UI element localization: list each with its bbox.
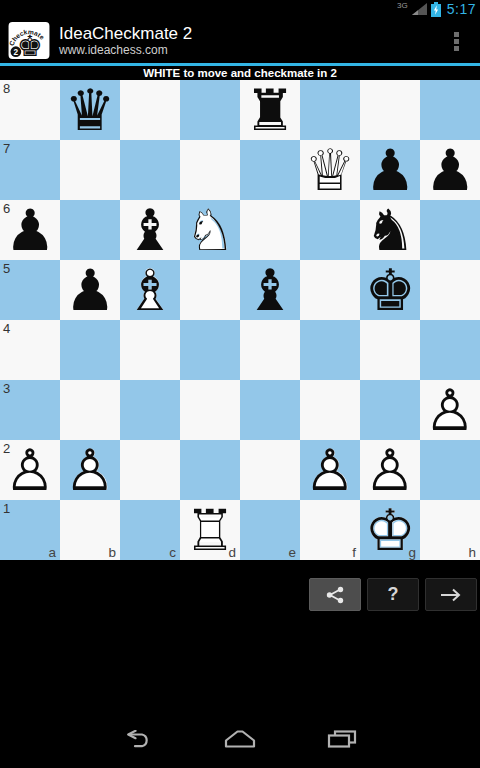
square-h2[interactable] bbox=[420, 440, 480, 500]
battery-charging-icon bbox=[431, 2, 441, 17]
status-bar: 3G 5:17 bbox=[0, 0, 480, 18]
square-b7[interactable] bbox=[60, 140, 120, 200]
square-a5[interactable]: 5 bbox=[0, 260, 60, 320]
square-d3[interactable] bbox=[180, 380, 240, 440]
help-label: ? bbox=[388, 584, 399, 605]
file-label: d bbox=[228, 545, 236, 560]
puzzle-instruction: WHITE to move and checkmate in 2 bbox=[143, 67, 337, 79]
rank-label: 8 bbox=[3, 81, 10, 96]
square-f1[interactable]: f bbox=[300, 500, 360, 560]
home-button[interactable] bbox=[224, 730, 256, 752]
toolbar: ? bbox=[309, 578, 477, 611]
black-bishop[interactable]: ♝ bbox=[120, 200, 180, 260]
square-g4[interactable] bbox=[360, 320, 420, 380]
square-e8[interactable]: ♜ bbox=[240, 80, 300, 140]
square-e7[interactable] bbox=[240, 140, 300, 200]
black-king[interactable]: ♚ bbox=[360, 260, 420, 320]
square-e6[interactable] bbox=[240, 200, 300, 260]
clock: 5:17 bbox=[447, 1, 476, 17]
square-b1[interactable]: b bbox=[60, 500, 120, 560]
square-e5[interactable]: ♝ bbox=[240, 260, 300, 320]
icon-king-glyph: ♚ bbox=[17, 29, 43, 59]
square-h4[interactable] bbox=[420, 320, 480, 380]
white-pawn[interactable]: ♟♙ bbox=[420, 380, 480, 440]
share-button[interactable] bbox=[309, 578, 361, 611]
next-button[interactable] bbox=[425, 578, 477, 611]
rank-label: 1 bbox=[3, 501, 10, 516]
piece-outline: ♗ bbox=[120, 260, 180, 320]
help-button[interactable]: ? bbox=[367, 578, 419, 611]
square-h7[interactable]: ♟ bbox=[420, 140, 480, 200]
square-f2[interactable]: ♟♙ bbox=[300, 440, 360, 500]
black-bishop[interactable]: ♝ bbox=[240, 260, 300, 320]
app-icon: Checkmate ♚ 2 bbox=[8, 22, 50, 59]
home-icon bbox=[224, 730, 256, 748]
icon-badge-number: 2 bbox=[14, 48, 19, 57]
square-c8[interactable] bbox=[120, 80, 180, 140]
piece-glyph: ♚ bbox=[360, 260, 420, 320]
square-a7[interactable]: 7 bbox=[0, 140, 60, 200]
piece-glyph: ♞ bbox=[360, 200, 420, 260]
square-d7[interactable] bbox=[180, 140, 240, 200]
piece-outline: ♕ bbox=[300, 140, 360, 200]
white-pawn[interactable]: ♟♙ bbox=[360, 440, 420, 500]
square-a6[interactable]: 6♟ bbox=[0, 200, 60, 260]
square-f8[interactable] bbox=[300, 80, 360, 140]
square-a3[interactable]: 3 bbox=[0, 380, 60, 440]
piece-glyph: ♝ bbox=[120, 200, 180, 260]
square-f5[interactable] bbox=[300, 260, 360, 320]
black-pawn[interactable]: ♟ bbox=[60, 260, 120, 320]
piece-glyph: ♜ bbox=[240, 80, 300, 140]
square-c4[interactable] bbox=[120, 320, 180, 380]
black-queen[interactable]: ♛ bbox=[60, 80, 120, 140]
signal-strength-icon bbox=[412, 3, 427, 15]
square-f7[interactable]: ♛♕ bbox=[300, 140, 360, 200]
square-f4[interactable] bbox=[300, 320, 360, 380]
app-screen: 3G 5:17 Checkmate ♚ 2 IdeaCheckmate 2 ww… bbox=[0, 0, 480, 768]
recent-apps-button[interactable] bbox=[327, 730, 357, 752]
rank-label: 4 bbox=[3, 321, 10, 336]
network-type-label: 3G bbox=[397, 1, 408, 10]
black-pawn[interactable]: ♟ bbox=[360, 140, 420, 200]
square-h1[interactable]: h bbox=[420, 500, 480, 560]
square-g6[interactable]: ♞ bbox=[360, 200, 420, 260]
square-g7[interactable]: ♟ bbox=[360, 140, 420, 200]
overflow-dot bbox=[454, 39, 459, 44]
piece-outline: ♙ bbox=[420, 380, 480, 440]
file-label: b bbox=[108, 545, 116, 560]
black-pawn[interactable]: ♟ bbox=[420, 140, 480, 200]
square-d2[interactable] bbox=[180, 440, 240, 500]
square-b3[interactable] bbox=[60, 380, 120, 440]
square-b5[interactable]: ♟ bbox=[60, 260, 120, 320]
file-label: g bbox=[408, 545, 416, 560]
recent-apps-icon bbox=[327, 730, 357, 748]
square-b2[interactable]: ♟♙ bbox=[60, 440, 120, 500]
square-e3[interactable] bbox=[240, 380, 300, 440]
square-e4[interactable] bbox=[240, 320, 300, 380]
rank-label: 3 bbox=[3, 381, 10, 396]
piece-glyph: ♟ bbox=[420, 140, 480, 200]
rank-label: 6 bbox=[3, 201, 10, 216]
file-label: f bbox=[352, 545, 356, 560]
piece-outline: ♙ bbox=[360, 440, 420, 500]
piece-glyph: ♟ bbox=[60, 260, 120, 320]
square-d1[interactable]: d♜♖ bbox=[180, 500, 240, 560]
file-label: e bbox=[288, 545, 296, 560]
square-f3[interactable] bbox=[300, 380, 360, 440]
square-d5[interactable] bbox=[180, 260, 240, 320]
square-a8[interactable]: 8 bbox=[0, 80, 60, 140]
piece-outline: ♙ bbox=[60, 440, 120, 500]
square-c7[interactable] bbox=[120, 140, 180, 200]
square-h6[interactable] bbox=[420, 200, 480, 260]
square-e1[interactable]: e bbox=[240, 500, 300, 560]
chess-board: 8♛♜7♛♕♟♟6♟♝♞♘♞5♟♝♗♝♚43♟♙2♟♙♟♙♟♙♟♙1abcd♜♖… bbox=[0, 80, 480, 560]
overflow-dot bbox=[454, 46, 459, 51]
square-g5[interactable]: ♚ bbox=[360, 260, 420, 320]
square-b8[interactable]: ♛ bbox=[60, 80, 120, 140]
square-h8[interactable] bbox=[420, 80, 480, 140]
square-h3[interactable]: ♟♙ bbox=[420, 380, 480, 440]
piece-glyph: ♛ bbox=[60, 80, 120, 140]
white-pawn[interactable]: ♟♙ bbox=[60, 440, 120, 500]
black-rook[interactable]: ♜ bbox=[240, 80, 300, 140]
square-d6[interactable]: ♞♘ bbox=[180, 200, 240, 260]
overflow-menu-button[interactable] bbox=[448, 26, 464, 56]
square-g2[interactable]: ♟♙ bbox=[360, 440, 420, 500]
overflow-dot bbox=[454, 32, 459, 37]
square-g3[interactable] bbox=[360, 380, 420, 440]
square-f6[interactable] bbox=[300, 200, 360, 260]
app-header: Checkmate ♚ 2 IdeaCheckmate 2 www.ideach… bbox=[0, 18, 480, 63]
back-icon bbox=[123, 730, 153, 748]
rank-label: 5 bbox=[3, 261, 10, 276]
square-g8[interactable] bbox=[360, 80, 420, 140]
page-title: IdeaCheckmate 2 bbox=[59, 24, 192, 43]
rank-label: 7 bbox=[3, 141, 10, 156]
square-g1[interactable]: g♚♔ bbox=[360, 500, 420, 560]
piece-outline: ♘ bbox=[180, 200, 240, 260]
square-h5[interactable] bbox=[420, 260, 480, 320]
white-pawn[interactable]: ♟♙ bbox=[300, 440, 360, 500]
black-knight[interactable]: ♞ bbox=[360, 200, 420, 260]
square-a2[interactable]: 2♟♙ bbox=[0, 440, 60, 500]
piece-glyph: ♟ bbox=[360, 140, 420, 200]
square-a4[interactable]: 4 bbox=[0, 320, 60, 380]
file-label: a bbox=[48, 545, 56, 560]
piece-outline: ♙ bbox=[300, 440, 360, 500]
white-queen[interactable]: ♛♕ bbox=[300, 140, 360, 200]
square-c3[interactable] bbox=[120, 380, 180, 440]
piece-glyph: ♝ bbox=[240, 260, 300, 320]
square-b4[interactable] bbox=[60, 320, 120, 380]
file-label: h bbox=[468, 545, 476, 560]
square-c5[interactable]: ♝♗ bbox=[120, 260, 180, 320]
square-c1[interactable]: c bbox=[120, 500, 180, 560]
square-b6[interactable] bbox=[60, 200, 120, 260]
arrow-right-icon bbox=[439, 587, 463, 603]
page-subtitle: www.ideachess.com bbox=[59, 43, 192, 57]
rank-label: 2 bbox=[3, 441, 10, 456]
share-icon bbox=[324, 585, 346, 605]
square-e2[interactable] bbox=[240, 440, 300, 500]
square-d4[interactable] bbox=[180, 320, 240, 380]
square-a1[interactable]: 1a bbox=[0, 500, 60, 560]
square-c2[interactable] bbox=[120, 440, 180, 500]
back-button[interactable] bbox=[123, 730, 153, 752]
file-label: c bbox=[169, 545, 176, 560]
square-c6[interactable]: ♝ bbox=[120, 200, 180, 260]
white-knight[interactable]: ♞♘ bbox=[180, 200, 240, 260]
white-bishop[interactable]: ♝♗ bbox=[120, 260, 180, 320]
square-d8[interactable] bbox=[180, 80, 240, 140]
navigation-bar bbox=[0, 728, 480, 768]
